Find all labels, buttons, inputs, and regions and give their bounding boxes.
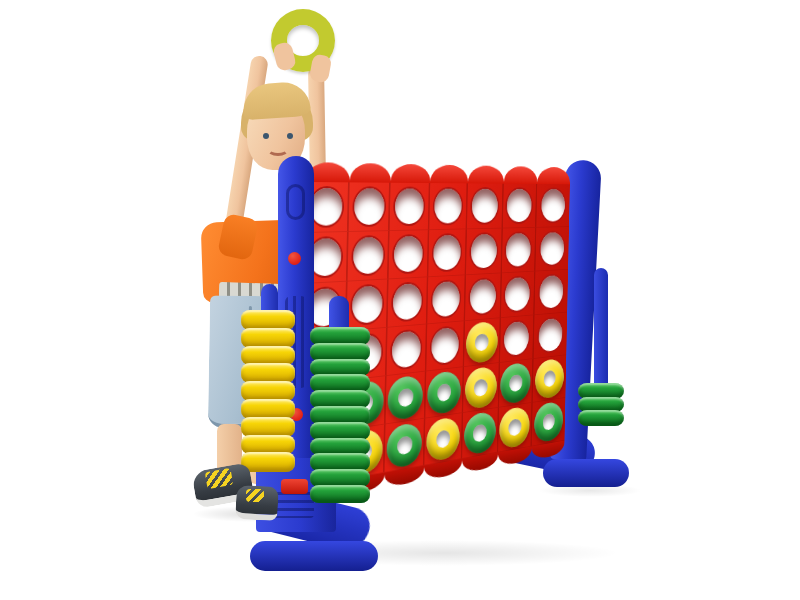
- child-right-hand: [309, 54, 332, 84]
- board-cell-r1-c2: [348, 182, 391, 232]
- empty-hole: [540, 187, 567, 223]
- yellow-ring: [535, 358, 565, 400]
- top-scallop-bump: [537, 167, 570, 184]
- empty-hole: [504, 231, 532, 269]
- child-left-eye: [263, 133, 269, 139]
- board-cell-r1-c4: [429, 183, 467, 230]
- board-cell-r2-c3: [389, 230, 429, 279]
- yellow-spare-ring: [241, 399, 295, 419]
- empty-hole: [432, 187, 463, 226]
- yellow-spare-ring: [241, 310, 295, 330]
- board-cell-r1-c3: [390, 183, 430, 231]
- child-smile: [267, 143, 289, 156]
- empty-hole: [538, 273, 565, 310]
- board-cell-r4-c4: [426, 321, 465, 371]
- board-cell-r3-c4: [427, 275, 465, 324]
- rear-right-ring-post: [594, 268, 608, 398]
- top-scallop-bump: [468, 165, 504, 183]
- sneaker-laces-right: [246, 489, 264, 502]
- left-foot-runner: [250, 541, 378, 571]
- empty-hole: [469, 232, 499, 270]
- post-handle-cutout: [286, 184, 305, 220]
- board-cell-r2-c6: [502, 228, 537, 274]
- empty-hole: [350, 283, 384, 326]
- board-cell-r4-c3: [387, 324, 428, 376]
- board-cell-r2-c2: [347, 231, 390, 282]
- yellow-ring: [464, 366, 497, 410]
- green-ring: [534, 401, 564, 444]
- board-cell-r6-c7: [532, 398, 565, 447]
- empty-hole: [430, 325, 461, 366]
- spare-yellow-ring-stack: [241, 312, 295, 472]
- top-scallop-bump: [391, 164, 431, 183]
- empty-hole: [505, 187, 533, 224]
- green-ring: [427, 370, 461, 415]
- empty-hole: [391, 281, 424, 322]
- board-cell-r5-c4: [425, 367, 464, 418]
- top-scallop-bump: [430, 165, 468, 184]
- top-scallop-bump: [504, 166, 538, 184]
- board-cell-r3-c7: [535, 270, 568, 315]
- green-ring: [387, 375, 423, 422]
- yellow-spare-ring: [241, 328, 295, 348]
- green-ring: [464, 411, 497, 456]
- green-ring: [386, 422, 422, 470]
- empty-hole: [431, 279, 462, 319]
- board-cell-r4-c6: [500, 315, 535, 363]
- green-spare-ring: [310, 343, 370, 361]
- board-cell-r4-c7: [534, 312, 567, 358]
- green-ring: [500, 362, 531, 405]
- board-cell-r2-c5: [466, 229, 503, 276]
- board-cell-r1-c5: [467, 183, 504, 229]
- post-lock-button-upper: [288, 252, 301, 265]
- green-spare-ring: [310, 485, 370, 503]
- board-cell-r5-c7: [533, 355, 566, 403]
- empty-hole: [390, 328, 423, 370]
- green-spare-ring: [310, 422, 370, 440]
- empty-hole: [470, 187, 499, 225]
- board-cell-r3-c3: [388, 277, 428, 327]
- empty-hole: [537, 316, 564, 354]
- board-cell-r2-c4: [428, 229, 466, 277]
- board-cell-r6-c4: [424, 413, 463, 466]
- board-cell-r6-c3: [385, 418, 426, 472]
- yellow-ring: [426, 416, 460, 462]
- board-cell-r6-c5: [462, 408, 499, 459]
- empty-hole: [503, 319, 531, 358]
- empty-hole: [539, 230, 566, 267]
- empty-hole: [431, 233, 462, 272]
- empty-hole: [351, 235, 385, 277]
- empty-hole: [503, 275, 531, 313]
- empty-hole: [468, 277, 498, 316]
- board-cell-r5-c6: [499, 359, 534, 408]
- green-spare-ring: [578, 410, 624, 426]
- product-photo-scene: [0, 0, 800, 600]
- board-cell-r2-c7: [536, 227, 569, 271]
- yellow-ring: [499, 406, 530, 450]
- board-top-scalloped-edge: [306, 162, 571, 184]
- board-cell-r1-c7: [537, 184, 570, 228]
- red-release-latch: [281, 479, 308, 494]
- board-cell-r3-c6: [501, 271, 536, 318]
- spare-green-ring-stack-small: [578, 385, 624, 426]
- board-cell-r3-c5: [465, 273, 502, 321]
- board-cell-r4-c5: [464, 318, 501, 367]
- board-cell-r5-c5: [463, 363, 500, 413]
- board-cell-r3-c2: [346, 279, 389, 331]
- top-scallop-bump: [349, 163, 391, 183]
- yellow-ring: [465, 321, 497, 364]
- spare-green-ring-stack: [310, 329, 370, 503]
- child-right-eye: [287, 133, 293, 139]
- board-cell-r1-c6: [503, 184, 538, 229]
- board-cell-r5-c3: [386, 371, 427, 424]
- empty-hole: [352, 186, 386, 227]
- yellow-spare-ring: [241, 417, 295, 437]
- right-foot-runner: [543, 459, 629, 487]
- empty-hole: [393, 187, 426, 227]
- board-cell-r6-c6: [498, 403, 533, 453]
- empty-hole: [392, 234, 425, 275]
